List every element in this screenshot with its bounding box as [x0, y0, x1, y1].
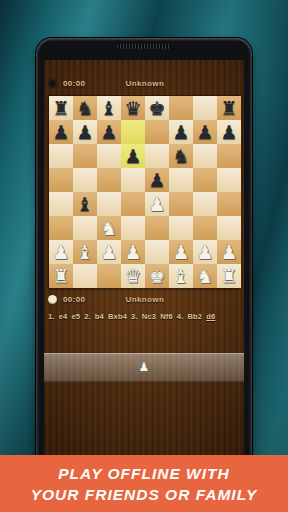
square-b5[interactable] — [73, 168, 97, 192]
move-token[interactable]: 4. — [177, 312, 184, 321]
square-c6[interactable] — [97, 144, 121, 168]
square-d1[interactable]: ♛ — [121, 264, 145, 288]
square-e2[interactable] — [145, 240, 169, 264]
square-g8[interactable] — [193, 96, 217, 120]
square-h4[interactable] — [217, 192, 241, 216]
black-pawn: ♟ — [52, 120, 69, 144]
square-b4[interactable]: ♝ — [73, 192, 97, 216]
square-b1[interactable] — [73, 264, 97, 288]
square-a8[interactable]: ♜ — [49, 96, 73, 120]
black-knight: ♞ — [76, 96, 93, 120]
square-c2[interactable]: ♟ — [97, 240, 121, 264]
square-d2[interactable]: ♟ — [121, 240, 145, 264]
square-b7[interactable]: ♟ — [73, 120, 97, 144]
black-queen: ♛ — [124, 96, 141, 120]
move-token[interactable]: Bxb4 — [108, 312, 127, 321]
move-token[interactable]: 3. — [131, 312, 138, 321]
square-b2[interactable]: ♝ — [73, 240, 97, 264]
banner-line-2: YOUR FRIENDS OR FAMILY — [31, 485, 258, 504]
top-player-bar: 00:00 Unknown — [48, 77, 164, 89]
square-d5[interactable] — [121, 168, 145, 192]
black-rook: ♜ — [220, 96, 237, 120]
square-g4[interactable] — [193, 192, 217, 216]
square-h7[interactable]: ♟ — [217, 120, 241, 144]
square-h8[interactable]: ♜ — [217, 96, 241, 120]
square-b3[interactable] — [73, 216, 97, 240]
square-a6[interactable] — [49, 144, 73, 168]
move-token[interactable]: e5 — [71, 312, 80, 321]
white-pawn: ♟ — [196, 240, 213, 264]
square-g3[interactable] — [193, 216, 217, 240]
square-a3[interactable] — [49, 216, 73, 240]
captured-white-pawn-icon: ♟ — [139, 353, 150, 382]
white-pawn: ♟ — [52, 240, 69, 264]
white-bishop: ♝ — [76, 240, 93, 264]
black-king: ♚ — [148, 96, 165, 120]
square-f6[interactable]: ♞ — [169, 144, 193, 168]
white-knight: ♞ — [196, 264, 213, 288]
square-f7[interactable]: ♟ — [169, 120, 193, 144]
move-token[interactable]: d6 — [206, 312, 215, 321]
move-token[interactable]: Bb2 — [187, 312, 202, 321]
square-g2[interactable]: ♟ — [193, 240, 217, 264]
move-token[interactable]: 2. — [84, 312, 91, 321]
white-king: ♚ — [148, 264, 165, 288]
square-b6[interactable] — [73, 144, 97, 168]
square-g1[interactable]: ♞ — [193, 264, 217, 288]
square-d7[interactable] — [121, 120, 145, 144]
white-bishop: ♝ — [172, 264, 189, 288]
black-bishop: ♝ — [76, 192, 93, 216]
square-e3[interactable] — [145, 216, 169, 240]
square-a7[interactable]: ♟ — [49, 120, 73, 144]
white-rook: ♜ — [220, 264, 237, 288]
black-rook: ♜ — [52, 96, 69, 120]
white-knight: ♞ — [100, 216, 117, 240]
black-pawn: ♟ — [124, 144, 141, 168]
square-e8[interactable]: ♚ — [145, 96, 169, 120]
square-d6[interactable]: ♟ — [121, 144, 145, 168]
square-c8[interactable]: ♝ — [97, 96, 121, 120]
square-a1[interactable]: ♜ — [49, 264, 73, 288]
square-c7[interactable]: ♟ — [97, 120, 121, 144]
white-rook: ♜ — [52, 264, 69, 288]
white-player-indicator-icon — [48, 295, 57, 304]
square-f8[interactable] — [169, 96, 193, 120]
square-c1[interactable] — [97, 264, 121, 288]
white-pawn: ♟ — [124, 240, 141, 264]
square-e4[interactable]: ♟ — [145, 192, 169, 216]
square-a2[interactable]: ♟ — [49, 240, 73, 264]
square-f2[interactable]: ♟ — [169, 240, 193, 264]
black-bishop: ♝ — [100, 96, 117, 120]
square-d8[interactable]: ♛ — [121, 96, 145, 120]
square-h2[interactable]: ♟ — [217, 240, 241, 264]
screenshot-background: 00:00 Unknown ♜♞♝♛♚♜♟♟♟♟♟♟♟♞♟♝♟♞♟♝♟♟♟♟♟♜… — [0, 0, 288, 512]
bottom-player-bar: 00:00 Unknown — [48, 293, 164, 305]
square-g6[interactable] — [193, 144, 217, 168]
square-g7[interactable]: ♟ — [193, 120, 217, 144]
white-pawn: ♟ — [100, 240, 117, 264]
top-player-clock: 00:00 — [63, 79, 85, 88]
square-h3[interactable] — [217, 216, 241, 240]
white-pawn: ♟ — [172, 240, 189, 264]
speaker-grille-icon — [117, 44, 171, 49]
black-knight: ♞ — [172, 144, 189, 168]
move-token[interactable]: 1. — [48, 312, 55, 321]
bottom-player-clock: 00:00 — [63, 295, 85, 304]
move-token[interactable]: b4 — [95, 312, 104, 321]
square-h5[interactable] — [217, 168, 241, 192]
black-pawn: ♟ — [76, 120, 93, 144]
square-c5[interactable] — [97, 168, 121, 192]
square-a4[interactable] — [49, 192, 73, 216]
top-player-name: Unknown — [125, 79, 164, 88]
white-queen: ♛ — [124, 264, 141, 288]
move-token[interactable]: Nf6 — [160, 312, 173, 321]
white-pawn: ♟ — [148, 192, 165, 216]
move-list: 1.e4e52.b4Bxb43.Nc3Nf64.Bb2d6 — [48, 312, 242, 321]
white-pawn: ♟ — [220, 240, 237, 264]
square-h6[interactable] — [217, 144, 241, 168]
square-h1[interactable]: ♜ — [217, 264, 241, 288]
square-d4[interactable] — [121, 192, 145, 216]
square-f3[interactable] — [169, 216, 193, 240]
square-e7[interactable] — [145, 120, 169, 144]
phone-frame: 00:00 Unknown ♜♞♝♛♚♜♟♟♟♟♟♟♟♞♟♝♟♞♟♝♟♟♟♟♟♜… — [36, 38, 252, 468]
black-pawn: ♟ — [220, 120, 237, 144]
square-g5[interactable] — [193, 168, 217, 192]
chess-app-screen: 00:00 Unknown ♜♞♝♛♚♜♟♟♟♟♟♟♟♞♟♝♟♞♟♝♟♟♟♟♟♜… — [44, 60, 244, 462]
square-f5[interactable] — [169, 168, 193, 192]
black-pawn: ♟ — [172, 120, 189, 144]
square-b8[interactable]: ♞ — [73, 96, 97, 120]
move-token[interactable]: Nc3 — [142, 312, 156, 321]
square-f1[interactable]: ♝ — [169, 264, 193, 288]
square-c3[interactable]: ♞ — [97, 216, 121, 240]
square-d3[interactable] — [121, 216, 145, 240]
promo-banner: PLAY OFFLINE WITH YOUR FRIENDS OR FAMILY — [0, 455, 288, 512]
black-player-indicator-icon — [48, 79, 57, 88]
move-token[interactable]: e4 — [59, 312, 68, 321]
black-pawn: ♟ — [100, 120, 117, 144]
bottom-player-name: Unknown — [125, 295, 164, 304]
captured-pieces-tray: ♟ — [44, 353, 244, 382]
square-e1[interactable]: ♚ — [145, 264, 169, 288]
square-e5[interactable]: ♟ — [145, 168, 169, 192]
banner-line-1: PLAY OFFLINE WITH — [58, 464, 229, 483]
square-c4[interactable] — [97, 192, 121, 216]
square-e6[interactable] — [145, 144, 169, 168]
black-pawn: ♟ — [196, 120, 213, 144]
black-pawn: ♟ — [148, 168, 165, 192]
chess-board[interactable]: ♜♞♝♛♚♜♟♟♟♟♟♟♟♞♟♝♟♞♟♝♟♟♟♟♟♜♛♚♝♞♜ — [48, 95, 240, 287]
square-a5[interactable] — [49, 168, 73, 192]
square-f4[interactable] — [169, 192, 193, 216]
